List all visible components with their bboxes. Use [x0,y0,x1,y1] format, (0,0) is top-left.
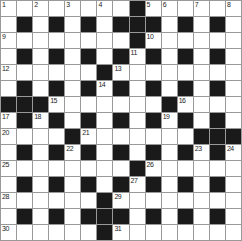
white-cell[interactable] [49,225,64,240]
white-cell[interactable]: 7 [194,1,209,16]
white-cell[interactable] [97,113,112,128]
white-cell[interactable] [49,33,64,48]
white-cell[interactable]: 13 [113,65,128,80]
white-cell[interactable] [97,161,112,176]
white-cell[interactable] [113,129,128,144]
white-cell[interactable] [178,161,193,176]
white-cell[interactable] [162,225,177,240]
white-cell[interactable] [33,129,48,144]
white-cell[interactable] [146,225,161,240]
white-cell[interactable] [97,17,112,32]
white-cell[interactable] [226,33,241,48]
white-cell[interactable] [65,81,80,96]
white-cell[interactable] [49,65,64,80]
black-cell [146,17,161,32]
white-cell[interactable] [226,225,241,240]
clue-number: 16 [179,97,186,105]
white-cell[interactable] [210,1,225,16]
white-cell[interactable] [194,177,209,192]
black-cell [210,81,225,96]
white-cell[interactable] [97,177,112,192]
white-cell[interactable]: 25 [1,161,16,176]
white-cell[interactable] [130,129,145,144]
white-cell[interactable]: 31 [113,225,128,240]
white-cell[interactable] [1,49,16,64]
clue-number: 18 [34,113,41,121]
white-cell[interactable] [17,129,32,144]
white-cell[interactable]: 5 [146,1,161,16]
black-cell [97,225,112,240]
white-cell[interactable] [210,225,225,240]
clue-number: 11 [131,49,137,57]
white-cell[interactable] [162,177,177,192]
white-cell[interactable] [81,161,96,176]
white-cell[interactable] [81,1,96,16]
white-cell[interactable] [130,81,145,96]
black-cell [130,33,145,48]
black-cell [49,145,64,160]
white-cell[interactable] [226,113,241,128]
white-cell[interactable] [194,225,209,240]
white-cell[interactable]: 12 [1,65,16,80]
white-cell[interactable] [226,177,241,192]
clue-number: 24 [227,145,234,153]
black-cell [178,209,193,224]
white-cell[interactable]: 15 [49,97,64,112]
black-cell [210,113,225,128]
black-cell [178,17,193,32]
white-cell[interactable] [65,97,80,112]
black-cell [146,49,161,64]
white-cell[interactable]: 6 [162,1,177,16]
black-cell [146,145,161,160]
clue-number: 28 [2,193,9,201]
white-cell[interactable] [65,177,80,192]
white-cell[interactable]: 29 [113,193,128,208]
white-cell[interactable] [33,49,48,64]
clue-number: 2 [34,1,37,9]
white-cell[interactable] [146,65,161,80]
white-cell[interactable] [162,129,177,144]
black-cell [162,97,177,112]
white-cell[interactable] [33,225,48,240]
white-cell[interactable] [1,17,16,32]
black-cell [210,49,225,64]
black-cell [49,49,64,64]
white-cell[interactable] [146,97,161,112]
black-cell [81,145,96,160]
white-cell[interactable] [97,97,112,112]
white-cell[interactable]: 1 [1,1,16,16]
white-cell[interactable] [178,33,193,48]
white-cell[interactable] [226,97,241,112]
black-cell [81,177,96,192]
white-cell[interactable]: 3 [65,1,80,16]
white-cell[interactable] [17,1,32,16]
white-cell[interactable]: 22 [65,145,80,160]
white-cell[interactable] [113,1,128,16]
white-cell[interactable] [178,1,193,16]
white-cell[interactable] [1,81,16,96]
white-cell[interactable] [226,193,241,208]
white-cell[interactable] [97,145,112,160]
white-cell[interactable] [194,209,209,224]
black-cell [49,113,64,128]
black-cell [17,209,32,224]
white-cell[interactable] [194,65,209,80]
black-cell [49,81,64,96]
black-cell [17,49,32,64]
black-cell [210,177,225,192]
black-cell [210,129,225,144]
white-cell[interactable]: 16 [178,97,193,112]
white-cell[interactable]: 26 [146,161,161,176]
white-cell[interactable] [17,33,32,48]
white-cell[interactable]: 9 [1,33,16,48]
white-cell[interactable] [17,225,32,240]
white-cell[interactable] [65,193,80,208]
white-cell[interactable] [49,193,64,208]
black-cell [178,177,193,192]
white-cell[interactable] [162,49,177,64]
black-cell [210,209,225,224]
white-cell[interactable] [97,49,112,64]
black-cell [113,81,128,96]
white-cell[interactable]: 19 [162,113,177,128]
white-cell[interactable] [49,161,64,176]
black-cell [113,49,128,64]
white-cell[interactable] [33,145,48,160]
clue-number: 14 [98,81,105,89]
white-cell[interactable] [33,65,48,80]
white-cell[interactable] [162,161,177,176]
white-cell[interactable]: 21 [81,129,96,144]
black-cell [65,129,80,144]
clue-number: 17 [2,113,9,121]
white-cell[interactable]: 2 [33,1,48,16]
black-cell [178,81,193,96]
black-cell [226,129,241,144]
white-cell[interactable] [162,145,177,160]
white-cell[interactable] [210,65,225,80]
white-cell[interactable] [162,209,177,224]
black-cell [97,65,112,80]
white-cell[interactable] [65,113,80,128]
white-cell[interactable]: 8 [226,1,241,16]
white-cell[interactable]: 10 [146,33,161,48]
clue-number: 27 [131,177,138,185]
clue-number: 20 [2,129,9,137]
white-cell[interactable] [130,209,145,224]
clue-number: 23 [195,145,202,153]
black-cell [146,209,161,224]
clue-number: 8 [227,1,230,9]
white-cell[interactable] [81,33,96,48]
black-cell [178,49,193,64]
white-cell[interactable] [65,33,80,48]
white-cell[interactable] [65,49,80,64]
clue-number: 13 [114,65,121,73]
white-cell[interactable] [162,33,177,48]
white-cell[interactable] [33,209,48,224]
white-cell[interactable] [194,17,209,32]
white-cell[interactable] [113,97,128,112]
clue-number: 12 [2,65,9,73]
white-cell[interactable] [210,33,225,48]
black-cell [17,113,32,128]
white-cell[interactable] [1,145,16,160]
black-cell [33,97,48,112]
white-cell[interactable] [130,225,145,240]
black-cell [81,17,96,32]
clue-number: 15 [50,97,57,105]
white-cell[interactable] [178,65,193,80]
white-cell[interactable] [81,97,96,112]
white-cell[interactable] [17,65,32,80]
black-cell [17,177,32,192]
white-cell[interactable] [130,65,145,80]
white-cell[interactable] [113,33,128,48]
clue-number: 10 [147,33,154,41]
white-cell[interactable] [210,161,225,176]
white-cell[interactable] [65,225,80,240]
black-cell [81,113,96,128]
white-cell[interactable] [130,145,145,160]
black-cell [1,97,16,112]
black-cell [113,113,128,128]
white-cell[interactable]: 17 [1,113,16,128]
black-cell [113,209,128,224]
black-cell [113,145,128,160]
white-cell[interactable] [49,129,64,144]
white-cell[interactable] [162,193,177,208]
white-cell[interactable] [178,225,193,240]
white-cell[interactable]: 28 [1,193,16,208]
white-cell[interactable]: 11 [130,49,145,64]
black-cell [17,17,32,32]
white-cell[interactable] [130,97,145,112]
black-cell [17,145,32,160]
white-cell[interactable] [178,129,193,144]
black-cell [194,129,209,144]
white-cell[interactable]: 20 [1,129,16,144]
white-cell[interactable] [65,65,80,80]
white-cell[interactable] [226,49,241,64]
black-cell [49,17,64,32]
crossword-grid: 1234567891011121314151617181920212223242… [0,0,242,241]
white-cell[interactable] [33,177,48,192]
white-cell[interactable] [162,17,177,32]
white-cell[interactable] [130,193,145,208]
clue-number: 26 [147,161,154,169]
clue-number: 4 [98,1,101,9]
white-cell[interactable] [226,161,241,176]
black-cell [178,145,193,160]
clue-number: 29 [114,193,121,201]
white-cell[interactable] [226,81,241,96]
white-cell[interactable] [162,81,177,96]
white-cell[interactable] [130,113,145,128]
clue-number: 3 [66,1,69,9]
white-cell[interactable] [1,209,16,224]
white-cell[interactable]: 14 [97,81,112,96]
white-cell[interactable] [194,193,209,208]
clue-number: 6 [163,1,166,9]
white-cell[interactable] [33,17,48,32]
black-cell [81,49,96,64]
white-cell[interactable] [65,209,80,224]
white-cell[interactable] [146,129,161,144]
black-cell [113,177,128,192]
white-cell[interactable] [81,65,96,80]
black-cell [146,81,161,96]
white-cell[interactable] [17,161,32,176]
white-cell[interactable] [65,17,80,32]
white-cell[interactable]: 30 [1,225,16,240]
white-cell[interactable] [17,193,32,208]
white-cell[interactable] [226,65,241,80]
clue-number: 19 [163,113,170,121]
white-cell[interactable] [178,193,193,208]
black-cell [81,209,96,224]
black-cell [97,193,112,208]
white-cell[interactable]: 24 [226,145,241,160]
black-cell [178,113,193,128]
black-cell [130,17,145,32]
white-cell[interactable] [81,193,96,208]
black-cell [49,209,64,224]
white-cell[interactable] [33,161,48,176]
white-cell[interactable]: 23 [194,145,209,160]
white-cell[interactable] [194,97,209,112]
black-cell [81,81,96,96]
black-cell [97,209,112,224]
clue-number: 22 [66,145,73,153]
white-cell[interactable] [65,161,80,176]
clue-number: 21 [82,129,89,137]
clue-number: 9 [2,33,5,41]
white-cell[interactable] [162,65,177,80]
clue-number: 7 [195,1,198,9]
white-cell[interactable] [33,81,48,96]
clue-number: 5 [147,1,150,9]
black-cell [146,177,161,192]
white-cell[interactable] [226,17,241,32]
white-cell[interactable] [210,97,225,112]
black-cell [210,17,225,32]
white-cell[interactable] [194,81,209,96]
white-cell[interactable] [210,193,225,208]
black-cell [210,145,225,160]
white-cell[interactable] [97,33,112,48]
clue-number: 31 [114,225,121,233]
white-cell[interactable] [194,49,209,64]
white-cell[interactable] [146,193,161,208]
white-cell[interactable] [33,33,48,48]
white-cell[interactable] [194,113,209,128]
clue-number: 1 [2,1,5,9]
white-cell[interactable]: 18 [33,113,48,128]
black-cell [146,113,161,128]
white-cell[interactable] [49,1,64,16]
white-cell[interactable] [97,129,112,144]
white-cell[interactable] [33,193,48,208]
clue-number: 30 [2,225,9,233]
white-cell[interactable]: 4 [97,1,112,16]
black-cell [130,1,145,16]
black-cell [113,17,128,32]
white-cell[interactable] [1,177,16,192]
black-cell [130,161,145,176]
clue-number: 25 [2,161,9,169]
black-cell [17,81,32,96]
white-cell[interactable] [194,161,209,176]
white-cell[interactable] [81,225,96,240]
black-cell [17,97,32,112]
white-cell[interactable]: 27 [130,177,145,192]
white-cell[interactable] [226,209,241,224]
white-cell[interactable] [194,33,209,48]
black-cell [49,177,64,192]
white-cell[interactable] [113,161,128,176]
